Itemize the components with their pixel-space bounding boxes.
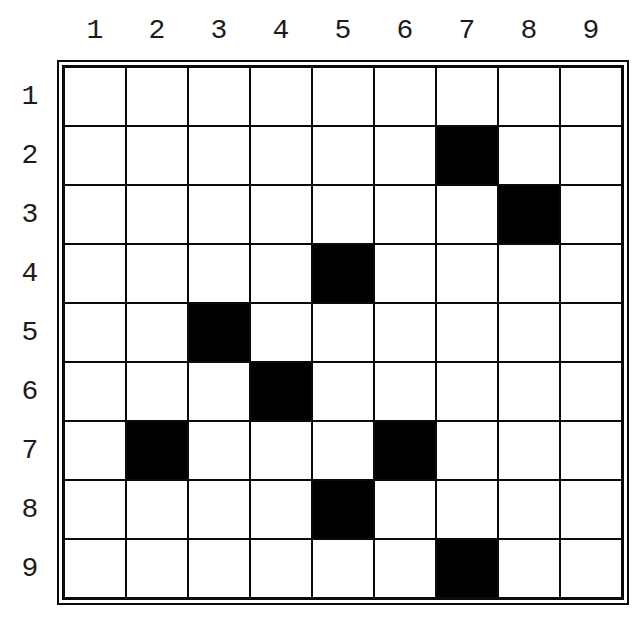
- col-label-3: 3: [189, 8, 249, 52]
- cell-r6c6[interactable]: [375, 363, 435, 420]
- cell-r4c7[interactable]: [437, 245, 497, 302]
- cell-r7c3[interactable]: [189, 422, 249, 479]
- cell-r4c9[interactable]: [561, 245, 621, 302]
- cell-r9c1[interactable]: [65, 540, 125, 597]
- col-label-7: 7: [437, 8, 497, 52]
- cell-r9c8[interactable]: [499, 540, 559, 597]
- cell-r2c7-black[interactable]: [437, 127, 497, 184]
- cell-r4c1[interactable]: [65, 245, 125, 302]
- row-label-4: 4: [8, 245, 52, 302]
- cell-r6c1[interactable]: [65, 363, 125, 420]
- cell-r8c4[interactable]: [251, 481, 311, 538]
- cell-r5c3-black[interactable]: [189, 304, 249, 361]
- cell-r2c1[interactable]: [65, 127, 125, 184]
- cell-r1c5[interactable]: [313, 68, 373, 125]
- cell-r9c3[interactable]: [189, 540, 249, 597]
- cell-r6c8[interactable]: [499, 363, 559, 420]
- cell-r6c4-black[interactable]: [251, 363, 311, 420]
- col-label-6: 6: [375, 8, 435, 52]
- cell-r7c7[interactable]: [437, 422, 497, 479]
- column-labels: 1 2 3 4 5 6 7 8 9: [65, 8, 621, 52]
- cell-r1c6[interactable]: [375, 68, 435, 125]
- cell-r3c5[interactable]: [313, 186, 373, 243]
- cell-r8c1[interactable]: [65, 481, 125, 538]
- row-label-6: 6: [8, 363, 52, 420]
- cell-r5c8[interactable]: [499, 304, 559, 361]
- cell-r7c6-black[interactable]: [375, 422, 435, 479]
- col-label-4: 4: [251, 8, 311, 52]
- cell-r8c3[interactable]: [189, 481, 249, 538]
- cell-r1c7[interactable]: [437, 68, 497, 125]
- row-label-9: 9: [8, 540, 52, 597]
- cell-r2c9[interactable]: [561, 127, 621, 184]
- cell-r5c6[interactable]: [375, 304, 435, 361]
- cell-r1c2[interactable]: [127, 68, 187, 125]
- cell-r2c4[interactable]: [251, 127, 311, 184]
- cell-r4c3[interactable]: [189, 245, 249, 302]
- cell-r6c9[interactable]: [561, 363, 621, 420]
- puzzle-grid: [62, 65, 624, 600]
- cell-r4c4[interactable]: [251, 245, 311, 302]
- cell-r6c7[interactable]: [437, 363, 497, 420]
- cell-r2c3[interactable]: [189, 127, 249, 184]
- cell-r8c6[interactable]: [375, 481, 435, 538]
- cell-r1c8[interactable]: [499, 68, 559, 125]
- cell-r1c4[interactable]: [251, 68, 311, 125]
- row-label-8: 8: [8, 481, 52, 538]
- cell-r4c5-black[interactable]: [313, 245, 373, 302]
- puzzle-page: 1 2 3 4 5 6 7 8 9 1 2 3 4 5 6 7 8 9: [0, 0, 641, 621]
- cell-r3c6[interactable]: [375, 186, 435, 243]
- row-label-1: 1: [8, 68, 52, 125]
- puzzle-board-frame: [57, 60, 629, 605]
- cell-r5c2[interactable]: [127, 304, 187, 361]
- cell-r9c4[interactable]: [251, 540, 311, 597]
- cell-r3c4[interactable]: [251, 186, 311, 243]
- cell-r4c6[interactable]: [375, 245, 435, 302]
- cell-r6c2[interactable]: [127, 363, 187, 420]
- cell-r3c1[interactable]: [65, 186, 125, 243]
- cell-r8c9[interactable]: [561, 481, 621, 538]
- cell-r7c5[interactable]: [313, 422, 373, 479]
- cell-r5c7[interactable]: [437, 304, 497, 361]
- cell-r5c1[interactable]: [65, 304, 125, 361]
- cell-r8c7[interactable]: [437, 481, 497, 538]
- cell-r2c6[interactable]: [375, 127, 435, 184]
- cell-r7c1[interactable]: [65, 422, 125, 479]
- cell-r5c9[interactable]: [561, 304, 621, 361]
- cell-r3c7[interactable]: [437, 186, 497, 243]
- cell-r5c5[interactable]: [313, 304, 373, 361]
- cell-r2c5[interactable]: [313, 127, 373, 184]
- cell-r9c2[interactable]: [127, 540, 187, 597]
- cell-r7c8[interactable]: [499, 422, 559, 479]
- cell-r1c9[interactable]: [561, 68, 621, 125]
- cell-r4c2[interactable]: [127, 245, 187, 302]
- row-label-5: 5: [8, 304, 52, 361]
- cell-r2c2[interactable]: [127, 127, 187, 184]
- col-label-1: 1: [65, 8, 125, 52]
- cell-r5c4[interactable]: [251, 304, 311, 361]
- col-label-2: 2: [127, 8, 187, 52]
- row-label-2: 2: [8, 127, 52, 184]
- cell-r6c3[interactable]: [189, 363, 249, 420]
- cell-r6c5[interactable]: [313, 363, 373, 420]
- cell-r3c8-black[interactable]: [499, 186, 559, 243]
- cell-r9c5[interactable]: [313, 540, 373, 597]
- cell-r3c3[interactable]: [189, 186, 249, 243]
- row-label-7: 7: [8, 422, 52, 479]
- cell-r8c8[interactable]: [499, 481, 559, 538]
- col-label-8: 8: [499, 8, 559, 52]
- cell-r7c4[interactable]: [251, 422, 311, 479]
- cell-r1c1[interactable]: [65, 68, 125, 125]
- row-label-3: 3: [8, 186, 52, 243]
- cell-r9c6[interactable]: [375, 540, 435, 597]
- cell-r2c8[interactable]: [499, 127, 559, 184]
- cell-r4c8[interactable]: [499, 245, 559, 302]
- cell-r3c9[interactable]: [561, 186, 621, 243]
- cell-r7c2-black[interactable]: [127, 422, 187, 479]
- cell-r3c2[interactable]: [127, 186, 187, 243]
- cell-r7c9[interactable]: [561, 422, 621, 479]
- cell-r1c3[interactable]: [189, 68, 249, 125]
- row-labels: 1 2 3 4 5 6 7 8 9: [8, 68, 52, 597]
- col-label-9: 9: [561, 8, 621, 52]
- col-label-5: 5: [313, 8, 373, 52]
- cell-r9c7-black[interactable]: [437, 540, 497, 597]
- cell-r8c2[interactable]: [127, 481, 187, 538]
- cell-r8c5-black[interactable]: [313, 481, 373, 538]
- cell-r9c9[interactable]: [561, 540, 621, 597]
